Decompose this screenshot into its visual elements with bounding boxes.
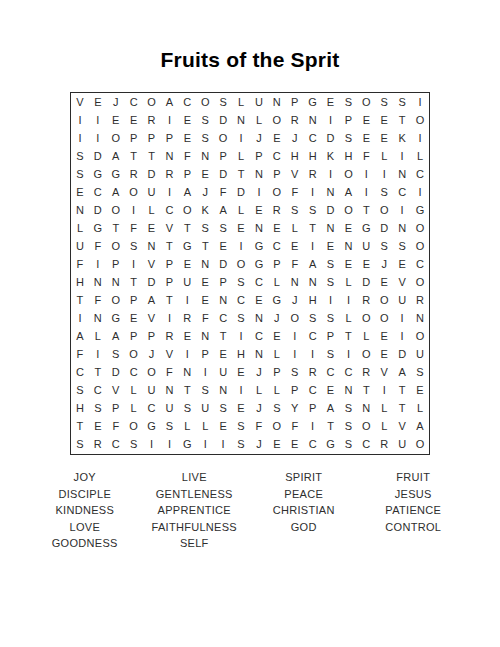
grid-cell: A [393,364,411,382]
grid-cell: N [411,310,429,328]
grid-cell: L [339,273,357,291]
grid-cell: O [411,273,429,291]
grid-cell: E [196,273,214,291]
grid-cell: G [322,436,340,454]
grid-cell: F [107,418,125,436]
grid-cell: E [232,364,250,382]
grid-cell: I [393,147,411,165]
grid-cell: R [357,364,375,382]
grid-cell: E [375,273,393,291]
grid-cell: C [125,364,143,382]
word-item: GENTLENESS [156,486,233,503]
grid-cell: K [322,147,340,165]
grid-cell: P [304,400,322,418]
grid-cell: S [411,364,429,382]
grid-cell: A [304,255,322,273]
grid-cell: I [71,310,89,328]
grid-cell: T [357,382,375,400]
grid-cell: N [143,237,161,255]
grid-cell: N [393,219,411,237]
grid-cell: R [375,436,393,454]
grid-cell: S [196,382,214,400]
grid-cell: S [178,400,196,418]
grid-cell: U [178,273,196,291]
grid-cell: I [411,93,429,111]
grid-cell: S [322,273,340,291]
grid-cell: J [286,129,304,147]
grid-cell: F [160,364,178,382]
grid-cell: P [160,255,178,273]
grid-cell: H [286,147,304,165]
grid-cell: L [411,400,429,418]
grid-cell: T [178,219,196,237]
grid-cell: R [357,292,375,310]
grid-cell: G [268,292,286,310]
grid-cell: G [107,165,125,183]
grid-cell: O [411,436,429,454]
grid-cell: J [143,346,161,364]
grid-cell: O [232,255,250,273]
grid-cell: O [268,183,286,201]
grid-cell: D [214,255,232,273]
grid-cell: N [250,165,268,183]
grid-cell: D [322,129,340,147]
grid-cell: N [71,201,89,219]
grid-cell: P [196,346,214,364]
grid-cell: N [214,382,232,400]
grid-cell: G [250,255,268,273]
grid-cell: T [160,237,178,255]
word-list-column-2: LIVEGENTLENESSAPPRENTICEFAITHFULNESSSELF [140,469,250,552]
grid-cell: L [250,111,268,129]
grid-cell: I [339,346,357,364]
grid-cell: L [232,147,250,165]
grid-cell: H [71,400,89,418]
grid-cell: I [89,129,107,147]
grid-cell: R [143,111,161,129]
grid-cell: S [375,93,393,111]
grid-cell: E [250,201,268,219]
grid-cell: S [196,129,214,147]
grid-cell: E [322,237,340,255]
grid-cell: F [71,346,89,364]
grid-cell: I [232,129,250,147]
grid-cell: L [71,219,89,237]
grid-cell: P [322,328,340,346]
grid-cell: O [339,165,357,183]
grid-cell: C [304,129,322,147]
grid-cell: I [304,183,322,201]
grid-cell: T [196,237,214,255]
grid-cell: N [160,382,178,400]
grid-cell: I [322,292,340,310]
grid-cell: O [107,237,125,255]
grid-cell: L [125,400,143,418]
grid-cell: L [178,418,196,436]
grid-cell: D [357,273,375,291]
grid-cell: P [268,364,286,382]
grid-cell: C [214,310,232,328]
grid-cell: O [375,201,393,219]
grid-cell: E [107,111,125,129]
grid-cell: L [89,328,107,346]
word-item: GOODNESS [52,535,118,552]
grid-cell: D [143,273,161,291]
grid-cell: R [304,364,322,382]
grid-cell: R [89,436,107,454]
word-item: APPRENTICE [158,502,231,519]
grid-cell: E [375,328,393,346]
grid-cell: O [357,93,375,111]
grid-cell: A [107,328,125,346]
grid-cell: E [125,111,143,129]
word-list-column-4: FRUITJESUSPATIENCECONTROL [359,469,469,552]
grid-cell: P [125,328,143,346]
grid-cell: L [268,346,286,364]
grid-cell: S [196,111,214,129]
grid-cell: S [268,400,286,418]
grid-cell: P [107,400,125,418]
grid-cell: E [375,129,393,147]
grid-cell: E [268,436,286,454]
grid-cell: O [357,418,375,436]
word-item: JESUS [395,486,432,503]
grid-cell: O [107,201,125,219]
grid-cell: E [214,418,232,436]
grid-cell: G [250,237,268,255]
grid-cell: P [339,111,357,129]
grid-cell: D [89,201,107,219]
grid-cell: O [411,111,429,129]
grid-cell: I [375,382,393,400]
grid-cell: I [214,436,232,454]
grid-cell: O [375,292,393,310]
grid-cell: S [232,310,250,328]
grid-cell: N [107,273,125,291]
grid-cell: S [339,93,357,111]
grid-cell: D [375,219,393,237]
grid-cell: S [107,346,125,364]
grid-cell: T [89,364,107,382]
grid-cell: N [286,273,304,291]
grid-cell: K [393,129,411,147]
grid-cell: K [196,201,214,219]
word-item: LOVE [69,519,100,536]
grid-cell: C [411,165,429,183]
grid-cell: O [357,310,375,328]
grid-cell: S [232,273,250,291]
grid-cell: T [232,165,250,183]
grid-cell: L [250,382,268,400]
grid-cell: U [214,364,232,382]
grid-cell: L [375,400,393,418]
grid-cell: O [286,310,304,328]
grid-cell: U [393,436,411,454]
word-item: PEACE [284,486,323,503]
grid-cell: C [89,382,107,400]
grid-cell: O [375,310,393,328]
grid-cell: G [107,310,125,328]
grid-cell: C [143,400,161,418]
grid-cell: S [196,219,214,237]
grid-cell: F [125,219,143,237]
grid-cell: L [357,328,375,346]
grid-cell: I [304,418,322,436]
grid-cell: U [411,346,429,364]
grid-cell: T [322,418,340,436]
grid-cell: A [214,201,232,219]
grid-cell: N [214,292,232,310]
grid-cell: O [268,111,286,129]
grid-cell: S [339,129,357,147]
grid-cell: T [71,418,89,436]
grid-cell: I [71,129,89,147]
grid-cell: N [196,328,214,346]
grid-cell: O [339,201,357,219]
grid-cell: C [71,364,89,382]
grid-cell: F [286,183,304,201]
grid-cell: I [393,328,411,346]
grid-cell: R [268,201,286,219]
grid-cell: A [143,292,161,310]
grid-cell: H [304,292,322,310]
grid-cell: P [107,255,125,273]
grid-cell: A [160,93,178,111]
grid-cell: E [232,219,250,237]
grid-cell: V [143,310,161,328]
grid-cell: P [178,165,196,183]
word-item: SPIRIT [285,469,322,486]
word-item: FAITHFULNESS [151,519,237,536]
grid-cell: A [107,183,125,201]
grid-cell: I [89,255,107,273]
grid-cell: F [89,237,107,255]
grid-cell: C [160,201,178,219]
grid-cell: I [250,183,268,201]
grid-cell: J [196,183,214,201]
grid-cell: J [268,310,286,328]
grid-cell: T [304,219,322,237]
grid-cell: P [143,328,161,346]
grid-cell: L [286,219,304,237]
grid-cell: E [178,111,196,129]
grid-cell: G [143,418,161,436]
grid-cell: E [339,219,357,237]
grid-cell: V [393,418,411,436]
grid-cell: O [143,364,161,382]
grid-cell: P [125,129,143,147]
grid-cell: C [339,364,357,382]
grid-cell: C [304,382,322,400]
grid-cell: C [322,364,340,382]
word-item: KINDNESS [55,502,114,519]
grid-cell: O [178,201,196,219]
grid-cell: C [250,328,268,346]
grid-cell: L [143,201,161,219]
grid-cell: I [125,255,143,273]
grid-cell: U [143,183,161,201]
grid-cell: C [304,436,322,454]
grid-cell: I [393,310,411,328]
grid-cell: N [268,93,286,111]
grid-cell: T [393,400,411,418]
grid-cell: C [268,147,286,165]
grid-cell: E [268,219,286,237]
grid-cell: E [375,111,393,129]
grid-cell: C [268,237,286,255]
grid-cell: E [268,129,286,147]
grid-cell: S [393,93,411,111]
grid-cell: O [411,237,429,255]
grid-cell: R [304,165,322,183]
grid-cell: U [196,400,214,418]
word-item: FRUIT [396,469,430,486]
grid-cell: S [232,418,250,436]
grid-cell: C [125,93,143,111]
grid-cell: O [214,129,232,147]
grid-cell: T [71,292,89,310]
grid-cell: I [125,201,143,219]
grid-cell: E [322,382,340,400]
grid-cell: C [250,273,268,291]
word-item: LIVE [182,469,207,486]
grid-cell: J [250,436,268,454]
grid-cell: E [357,129,375,147]
word-item: SELF [180,535,209,552]
grid-cell: E [214,237,232,255]
grid-cell: E [178,328,196,346]
grid-cell: U [143,382,161,400]
grid-cell: C [107,436,125,454]
page-title: Fruits of the Sprit [0,48,500,72]
grid-cell: S [322,346,340,364]
grid-cell: O [268,418,286,436]
grid-cell: N [304,273,322,291]
grid-cell: S [71,382,89,400]
grid-cell: E [232,400,250,418]
grid-cell: V [375,364,393,382]
grid-cell: P [286,93,304,111]
grid-cell: I [304,237,322,255]
grid-cell: J [107,93,125,111]
grid-cell: S [322,255,340,273]
grid-cell: U [250,93,268,111]
grid-cell: L [339,310,357,328]
grid-cell: I [160,111,178,129]
grid-cell: F [214,183,232,201]
grid-cell: A [322,400,340,418]
grid-cell: I [322,165,340,183]
grid-cell: E [250,292,268,310]
grid-cell: N [250,219,268,237]
grid-cell: J [375,255,393,273]
grid-cell: E [411,382,429,400]
grid-cell: D [143,165,161,183]
grid-cell: V [160,219,178,237]
grid-cell: S [71,165,89,183]
grid-cell: N [339,237,357,255]
grid-cell: Y [286,400,304,418]
grid-cell: C [89,183,107,201]
word-list-column-1: JOYDISCIPLEKINDNESSLOVEGOODNESS [30,469,140,552]
grid-cell: F [286,255,304,273]
grid-cell: N [232,111,250,129]
grid-cell: L [125,382,143,400]
grid-cell: T [214,328,232,346]
word-item: DISCIPLE [58,486,111,503]
grid-cell: O [196,93,214,111]
grid-cell: E [196,292,214,310]
grid-cell: N [250,346,268,364]
grid-cell: R [411,292,429,310]
grid-cell: D [89,147,107,165]
grid-cell: L [268,273,286,291]
grid-cell: H [339,147,357,165]
grid-cell: O [107,129,125,147]
grid-cell: P [160,273,178,291]
grid-cell: E [143,219,161,237]
grid-cell: S [125,237,143,255]
grid-cell: P [160,129,178,147]
grid-cell: I [304,346,322,364]
grid-cell: G [357,219,375,237]
grid-cell: E [89,93,107,111]
grid-cell: A [339,183,357,201]
grid-cell: T [125,147,143,165]
grid-cell: N [357,400,375,418]
grid-cell: V [107,382,125,400]
grid-cell: I [196,436,214,454]
grid-cell: O [143,93,161,111]
grid-cell: P [143,129,161,147]
grid-cell: G [89,219,107,237]
grid-cell: E [196,165,214,183]
grid-cell: N [196,255,214,273]
grid-cell: S [304,201,322,219]
grid-cell: U [160,400,178,418]
grid-cell: E [375,346,393,364]
grid-cell: L [232,201,250,219]
grid-cell: I [196,364,214,382]
grid-cell: F [196,310,214,328]
grid-cell: S [304,310,322,328]
grid-cell: G [89,165,107,183]
grid-cell: O [411,328,429,346]
word-list-column-3: SPIRITPEACECHRISTIANGOD [249,469,359,552]
grid-cell: S [125,436,143,454]
grid-cell: I [339,292,357,310]
grid-cell: O [411,219,429,237]
grid-cell: F [178,147,196,165]
grid-cell: S [393,237,411,255]
grid-cell: I [375,165,393,183]
grid-cell: P [125,292,143,310]
grid-cell: I [178,292,196,310]
grid-cell: I [322,111,340,129]
grid-cell: D [107,364,125,382]
grid-cell: I [393,201,411,219]
grid-cell: L [411,147,429,165]
grid-cell: C [411,255,429,273]
grid-cell: S [160,418,178,436]
grid-cell: U [393,292,411,310]
grid-cell: S [339,418,357,436]
grid-cell: D [214,111,232,129]
word-list: JOYDISCIPLEKINDNESSLOVEGOODNESSLIVEGENTL… [30,469,468,552]
grid-cell: I [143,436,161,454]
grid-cell: S [214,93,232,111]
grid-cell: N [322,183,340,201]
